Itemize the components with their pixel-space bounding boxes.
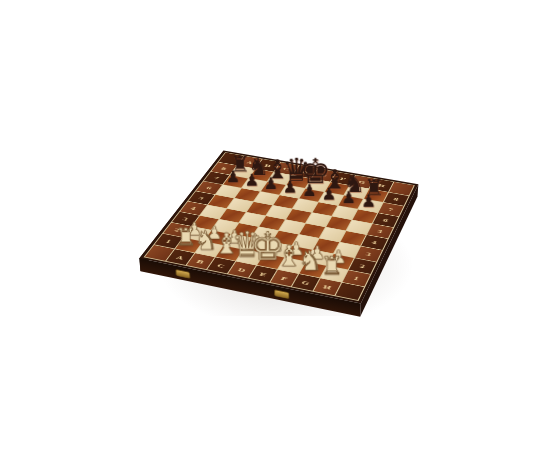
rank-label-8-right: 8	[384, 192, 409, 205]
file-label-c: C	[207, 257, 235, 273]
brass-hinge-icon	[274, 289, 289, 299]
square-g1: ♞	[299, 262, 326, 278]
frame-corner	[145, 245, 174, 261]
frame-corner	[336, 283, 365, 300]
brass-hinge-icon	[176, 269, 191, 279]
square-b2: ♟	[204, 230, 231, 244]
rank-label-7-right: 7	[378, 203, 403, 217]
product-photo-chess-set: ABCDEFGH8♜♞♝♛♚♝♞♜87♟♟♟♟♟♟♟♟7665544332♟♟♟…	[0, 0, 550, 450]
square-g4	[320, 227, 345, 241]
square-e3	[272, 231, 298, 246]
